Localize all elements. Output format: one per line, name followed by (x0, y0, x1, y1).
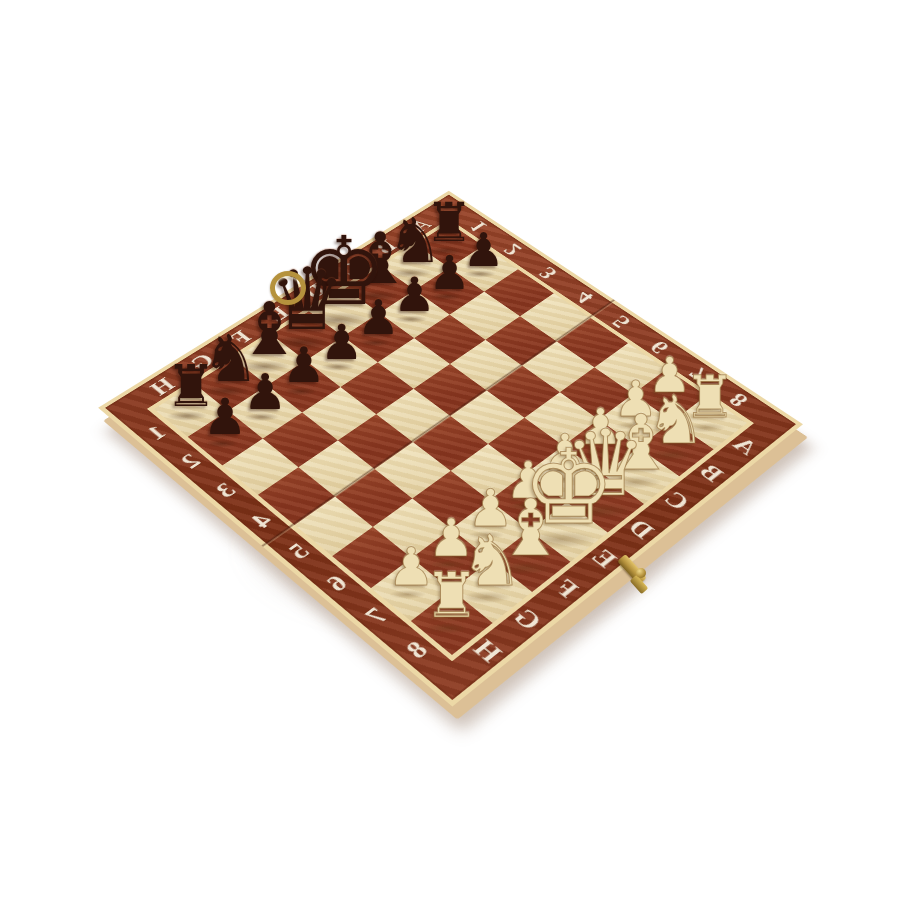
hinge-ring-icon (270, 271, 306, 305)
piece-shadow (199, 438, 245, 449)
dark-pawn-f2[interactable]: ♟ (282, 342, 326, 391)
dark-pawn-d2[interactable]: ♟ (357, 294, 400, 342)
dark-pawn-h2[interactable]: ♟ (203, 393, 248, 443)
pieces-layer: ♜♞♝♛♚♝♞♜♟♟♟♟♟♟♟♟♟♟♟♟♟♟♟♟♜♞♝♚♛♝♞♜ (0, 0, 907, 907)
dark-pawn-g2[interactable]: ♟ (243, 367, 287, 416)
clasp-knob (636, 568, 646, 578)
light-rook-h8[interactable]: ♜ (424, 565, 480, 628)
piece-shadow (418, 621, 476, 635)
brass-clasp-icon (610, 558, 664, 606)
scene: AA11BB22CC33DD44EE55FF66GG77HH88 ♜♞♝♛♚♝♞… (0, 0, 907, 907)
dark-pawn-e2[interactable]: ♟ (320, 318, 363, 366)
